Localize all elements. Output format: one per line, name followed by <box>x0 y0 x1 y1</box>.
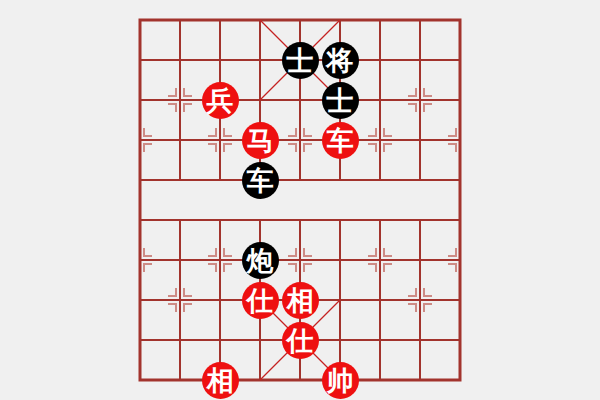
piece-black-advisor[interactable]: 士 <box>322 82 359 119</box>
piece-red-chariot[interactable]: 车 <box>322 122 359 159</box>
piece-grid: 士将士兵马车车炮仕相仕相帅 <box>120 0 480 400</box>
piece-red-advisor[interactable]: 仕 <box>282 322 319 359</box>
piece-black-chariot[interactable]: 车 <box>242 162 279 199</box>
piece-red-advisor[interactable]: 仕 <box>242 282 279 319</box>
piece-red-horse[interactable]: 马 <box>242 122 279 159</box>
piece-red-soldier[interactable]: 兵 <box>202 82 239 119</box>
xiangqi-board: 士将士兵马车车炮仕相仕相帅 <box>0 0 600 400</box>
piece-red-elephant[interactable]: 相 <box>282 282 319 319</box>
piece-red-elephant[interactable]: 相 <box>202 362 239 399</box>
piece-black-cannon[interactable]: 炮 <box>242 242 279 279</box>
piece-black-advisor[interactable]: 士 <box>282 42 319 79</box>
piece-black-general[interactable]: 将 <box>322 42 359 79</box>
piece-red-general[interactable]: 帅 <box>322 362 359 399</box>
